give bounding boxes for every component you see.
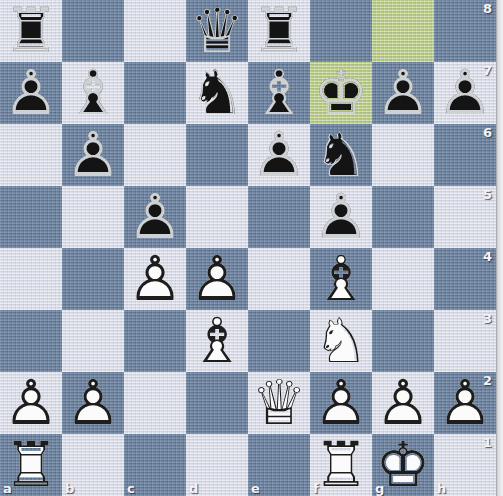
square-g2[interactable]: ♟♙ [372,372,434,434]
file-label-e: e [251,481,260,496]
square-e2[interactable]: ♛♕ [248,372,310,434]
square-d3[interactable]: ♝♗ [186,310,248,372]
square-d7[interactable]: ♞♘ [186,62,248,124]
square-e3[interactable] [248,310,310,372]
square-c6[interactable] [124,124,186,186]
square-a8[interactable]: ♜♖ [0,0,62,62]
square-d8[interactable]: ♛♕ [186,0,248,62]
white-bishop[interactable]: ♝♗ [310,248,372,310]
piece-outline-glyph: ♙ [248,124,310,186]
black-pawn[interactable]: ♟♙ [124,186,186,248]
square-h6[interactable]: 6 [434,124,496,186]
square-f4[interactable]: ♝♗ [310,248,372,310]
piece-outline-glyph: ♘ [186,62,248,124]
square-a4[interactable] [0,248,62,310]
piece-outline-glyph: ♙ [124,186,186,248]
file-label-a: a [3,481,12,496]
piece-outline-glyph: ♙ [372,62,434,124]
square-f3[interactable]: ♞♘ [310,310,372,372]
square-e4[interactable] [248,248,310,310]
right-edge-strip [496,0,503,496]
black-pawn[interactable]: ♟♙ [248,124,310,186]
square-h7[interactable]: ♟♙7 [434,62,496,124]
square-g5[interactable] [372,186,434,248]
square-b2[interactable]: ♟♙ [62,372,124,434]
chess-board: ♜♖♛♕♜♖8♟♙♝♗♞♘♝♗♚♔♟♙♟♙7♟♙♟♙♞♘6♟♙♟♙5♟♙♟♙♝♗… [0,0,496,496]
piece-outline-glyph: ♗ [248,62,310,124]
square-h1[interactable]: 1h [434,434,496,496]
square-f5[interactable]: ♟♙ [310,186,372,248]
square-d6[interactable] [186,124,248,186]
square-a7[interactable]: ♟♙ [0,62,62,124]
square-g3[interactable] [372,310,434,372]
square-c7[interactable] [124,62,186,124]
square-g6[interactable] [372,124,434,186]
white-queen[interactable]: ♛♕ [248,372,310,434]
piece-outline-glyph: ♙ [0,62,62,124]
square-d1[interactable]: d [186,434,248,496]
square-a5[interactable] [0,186,62,248]
square-c4[interactable]: ♟♙ [124,248,186,310]
file-label-g: g [375,481,384,496]
piece-outline-glyph: ♙ [372,372,434,434]
piece-outline-glyph: ♗ [62,62,124,124]
square-a6[interactable] [0,124,62,186]
piece-outline-glyph: ♘ [310,124,372,186]
square-c1[interactable]: c [124,434,186,496]
white-bishop[interactable]: ♝♗ [186,310,248,372]
piece-outline-glyph: ♙ [186,248,248,310]
black-pawn[interactable]: ♟♙ [372,62,434,124]
square-b3[interactable] [62,310,124,372]
chess-app-screen: ♜♖♛♕♜♖8♟♙♝♗♞♘♝♗♚♔♟♙♟♙7♟♙♟♙♞♘6♟♙♟♙5♟♙♟♙♝♗… [0,0,503,496]
piece-outline-glyph: ♙ [0,372,62,434]
black-rook[interactable]: ♜♖ [0,0,62,62]
square-g7[interactable]: ♟♙ [372,62,434,124]
square-a2[interactable]: ♟♙ [0,372,62,434]
piece-outline-glyph: ♗ [310,248,372,310]
square-d2[interactable] [186,372,248,434]
piece-outline-glyph: ♙ [62,372,124,434]
square-h2[interactable]: ♟♙2 [434,372,496,434]
file-label-b: b [65,481,74,496]
piece-outline-glyph: ♔ [310,62,372,124]
square-c8[interactable] [124,0,186,62]
piece-outline-glyph: ♙ [62,124,124,186]
black-bishop[interactable]: ♝♗ [248,62,310,124]
black-pawn[interactable]: ♟♙ [310,186,372,248]
square-e6[interactable]: ♟♙ [248,124,310,186]
black-queen[interactable]: ♛♕ [186,0,248,62]
square-c5[interactable]: ♟♙ [124,186,186,248]
white-knight[interactable]: ♞♘ [310,310,372,372]
white-rook[interactable]: ♜♖ [310,434,372,496]
file-label-c: c [127,481,135,496]
square-b4[interactable] [62,248,124,310]
piece-outline-glyph: ♖ [248,0,310,62]
rank-label-1: 1 [483,435,492,450]
square-a1[interactable]: ♜♖a [0,434,62,496]
square-c2[interactable] [124,372,186,434]
square-c3[interactable] [124,310,186,372]
square-e7[interactable]: ♝♗ [248,62,310,124]
square-b7[interactable]: ♝♗ [62,62,124,124]
square-g1[interactable]: ♚♔g [372,434,434,496]
rank-label-5: 5 [483,187,492,202]
square-f7[interactable]: ♚♔ [310,62,372,124]
black-pawn[interactable]: ♟♙ [0,62,62,124]
piece-outline-glyph: ♙ [310,372,372,434]
rank-label-4: 4 [483,249,492,264]
square-f6[interactable]: ♞♘ [310,124,372,186]
black-king[interactable]: ♚♔ [310,62,372,124]
square-b1[interactable]: b [62,434,124,496]
white-pawn[interactable]: ♟♙ [310,372,372,434]
square-a3[interactable] [0,310,62,372]
file-label-f: f [313,481,319,496]
square-h3[interactable]: 3 [434,310,496,372]
square-g8[interactable] [372,0,434,62]
black-rook[interactable]: ♜♖ [248,0,310,62]
file-label-d: d [189,481,198,496]
square-e5[interactable] [248,186,310,248]
black-knight[interactable]: ♞♘ [310,124,372,186]
black-bishop[interactable]: ♝♗ [62,62,124,124]
square-f2[interactable]: ♟♙ [310,372,372,434]
piece-outline-glyph: ♗ [186,310,248,372]
file-label-h: h [437,481,446,496]
square-g4[interactable] [372,248,434,310]
piece-outline-glyph: ♙ [310,186,372,248]
piece-outline-glyph: ♖ [310,434,372,496]
square-h5[interactable]: 5 [434,186,496,248]
rank-label-3: 3 [483,311,492,326]
piece-outline-glyph: ♙ [124,248,186,310]
square-f1[interactable]: ♜♖f [310,434,372,496]
square-b6[interactable]: ♟♙ [62,124,124,186]
square-d4[interactable]: ♟♙ [186,248,248,310]
piece-outline-glyph: ♕ [248,372,310,434]
square-d5[interactable] [186,186,248,248]
white-pawn[interactable]: ♟♙ [186,248,248,310]
white-pawn[interactable]: ♟♙ [0,372,62,434]
rank-label-7: 7 [483,63,492,78]
square-h4[interactable]: 4 [434,248,496,310]
square-f8[interactable] [310,0,372,62]
square-e8[interactable]: ♜♖ [248,0,310,62]
black-knight[interactable]: ♞♘ [186,62,248,124]
square-e1[interactable]: e [248,434,310,496]
rank-label-8: 8 [483,1,492,16]
square-h8[interactable]: 8 [434,0,496,62]
white-pawn[interactable]: ♟♙ [372,372,434,434]
rank-label-6: 6 [483,125,492,140]
piece-outline-glyph: ♘ [310,310,372,372]
piece-outline-glyph: ♕ [186,0,248,62]
black-pawn[interactable]: ♟♙ [62,124,124,186]
piece-outline-glyph: ♖ [0,0,62,62]
white-pawn[interactable]: ♟♙ [62,372,124,434]
square-b5[interactable] [62,186,124,248]
square-b8[interactable] [62,0,124,62]
white-pawn[interactable]: ♟♙ [124,248,186,310]
rank-label-2: 2 [483,373,492,388]
